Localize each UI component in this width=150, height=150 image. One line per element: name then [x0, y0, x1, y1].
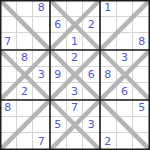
sudoku-board: 816271882339682368755372: [0, 0, 150, 150]
cell-r3c1[interactable]: 7: [0, 33, 17, 50]
cell-r6c2[interactable]: 2: [17, 83, 34, 100]
cell-r6c7[interactable]: [100, 83, 117, 100]
cell-r9c4[interactable]: [50, 133, 67, 150]
cell-r6c1[interactable]: [0, 83, 17, 100]
cell-r3c2[interactable]: [17, 33, 34, 50]
cell-r2c7[interactable]: [100, 17, 117, 34]
cell-r5c2[interactable]: [17, 67, 34, 84]
cell-r4c4[interactable]: [50, 50, 67, 67]
cell-r1c6[interactable]: [83, 0, 100, 17]
cell-r2c1[interactable]: [0, 17, 17, 34]
cell-r3c5[interactable]: 1: [67, 33, 84, 50]
cell-r2c3[interactable]: [33, 17, 50, 34]
cell-r2c9[interactable]: [133, 17, 150, 34]
cell-r8c9[interactable]: [133, 117, 150, 134]
cell-r1c2[interactable]: [17, 0, 34, 17]
cell-r1c7[interactable]: 1: [100, 0, 117, 17]
cell-r9c2[interactable]: [17, 133, 34, 150]
cell-r8c1[interactable]: [0, 117, 17, 134]
cell-r1c8[interactable]: [117, 0, 134, 17]
cell-r7c1[interactable]: 8: [0, 100, 17, 117]
cell-r8c7[interactable]: [100, 117, 117, 134]
cell-r4c9[interactable]: [133, 50, 150, 67]
cell-r6c4[interactable]: [50, 83, 67, 100]
cell-r7c8[interactable]: [117, 100, 134, 117]
cell-r5c1[interactable]: [0, 67, 17, 84]
cell-r6c6[interactable]: [83, 83, 100, 100]
cell-r6c5[interactable]: 3: [67, 83, 84, 100]
cell-r1c3[interactable]: 8: [33, 0, 50, 17]
cell-r3c6[interactable]: [83, 33, 100, 50]
cell-r8c5[interactable]: [67, 117, 84, 134]
cell-r7c5[interactable]: 7: [67, 100, 84, 117]
cell-r8c8[interactable]: [117, 117, 134, 134]
cell-r6c8[interactable]: 6: [117, 83, 134, 100]
cell-r2c8[interactable]: [117, 17, 134, 34]
cell-r8c2[interactable]: [17, 117, 34, 134]
cell-r9c7[interactable]: 2: [100, 133, 117, 150]
cell-r3c8[interactable]: [117, 33, 134, 50]
cell-r4c6[interactable]: [83, 50, 100, 67]
cell-r3c4[interactable]: [50, 33, 67, 50]
cell-r1c4[interactable]: [50, 0, 67, 17]
cell-r9c8[interactable]: [117, 133, 134, 150]
cell-r2c4[interactable]: 6: [50, 17, 67, 34]
cell-r9c9[interactable]: [133, 133, 150, 150]
cell-r8c6[interactable]: 3: [83, 117, 100, 134]
cell-r2c6[interactable]: 2: [83, 17, 100, 34]
cell-r7c4[interactable]: [50, 100, 67, 117]
cell-r5c8[interactable]: [117, 67, 134, 84]
cell-r4c1[interactable]: [0, 50, 17, 67]
cell-r1c5[interactable]: [67, 0, 84, 17]
cell-r5c7[interactable]: 8: [100, 67, 117, 84]
cell-r9c6[interactable]: [83, 133, 100, 150]
cell-r7c3[interactable]: [33, 100, 50, 117]
cell-r4c2[interactable]: 8: [17, 50, 34, 67]
cell-r4c7[interactable]: [100, 50, 117, 67]
cell-r8c3[interactable]: [33, 117, 50, 134]
cell-r5c6[interactable]: 6: [83, 67, 100, 84]
cell-r7c7[interactable]: [100, 100, 117, 117]
sudoku-cell-grid: 816271882339682368755372: [0, 0, 150, 150]
cell-r3c7[interactable]: [100, 33, 117, 50]
cell-r6c9[interactable]: [133, 83, 150, 100]
cell-r6c3[interactable]: [33, 83, 50, 100]
cell-r7c9[interactable]: 5: [133, 100, 150, 117]
cell-r9c5[interactable]: [67, 133, 84, 150]
cell-r9c1[interactable]: [0, 133, 17, 150]
cell-r4c3[interactable]: [33, 50, 50, 67]
cell-r2c2[interactable]: [17, 17, 34, 34]
cell-r4c5[interactable]: 2: [67, 50, 84, 67]
cell-r5c9[interactable]: [133, 67, 150, 84]
cell-r7c6[interactable]: [83, 100, 100, 117]
cell-r9c3[interactable]: 7: [33, 133, 50, 150]
cell-r5c4[interactable]: 9: [50, 67, 67, 84]
cell-r7c2[interactable]: [17, 100, 34, 117]
cell-r5c3[interactable]: 3: [33, 67, 50, 84]
cell-r3c9[interactable]: 8: [133, 33, 150, 50]
cell-r4c8[interactable]: 3: [117, 50, 134, 67]
cell-r5c5[interactable]: [67, 67, 84, 84]
cell-r3c3[interactable]: [33, 33, 50, 50]
cell-r1c1[interactable]: [0, 0, 17, 17]
cell-r2c5[interactable]: [67, 17, 84, 34]
cell-r1c9[interactable]: [133, 0, 150, 17]
cell-r8c4[interactable]: 5: [50, 117, 67, 134]
